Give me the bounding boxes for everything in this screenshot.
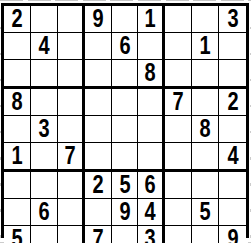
cell-r8c1[interactable] <box>4 199 31 226</box>
cell-r3c3[interactable] <box>58 60 85 89</box>
cell-r5c7[interactable] <box>165 116 192 143</box>
cell-r1c4: 9 <box>85 6 112 33</box>
cell-r3c8[interactable] <box>192 60 219 89</box>
cell-r7c6: 6 <box>138 172 165 199</box>
cell-r3c9[interactable] <box>219 60 246 89</box>
cell-r8c9[interactable] <box>219 199 246 226</box>
given-digit: 1 <box>200 33 211 59</box>
cell-r2c4[interactable] <box>85 33 112 60</box>
cell-r2c1[interactable] <box>4 33 31 60</box>
cell-r8c4[interactable] <box>85 199 112 226</box>
cell-r4c5[interactable] <box>112 89 139 116</box>
cell-r4c6[interactable] <box>138 89 165 116</box>
given-digit: 4 <box>227 143 238 169</box>
cell-r1c3[interactable] <box>58 6 85 33</box>
cell-r1c9: 3 <box>219 6 246 33</box>
cell-r5c6[interactable] <box>138 116 165 143</box>
given-digit: 1 <box>145 6 156 32</box>
cell-r5c3[interactable] <box>58 116 85 143</box>
cell-r8c5: 9 <box>112 199 139 226</box>
cell-r1c2[interactable] <box>31 6 58 33</box>
given-digit: 5 <box>200 199 211 225</box>
cell-r6c6[interactable] <box>138 143 165 172</box>
cell-r3c6: 8 <box>138 60 165 89</box>
cell-r6c4[interactable] <box>85 143 112 172</box>
cell-r3c5[interactable] <box>112 60 139 89</box>
given-digit: 7 <box>173 89 184 115</box>
cell-r8c3[interactable] <box>58 199 85 226</box>
cell-r8c2: 6 <box>31 199 58 226</box>
given-digit: 9 <box>227 226 238 243</box>
cell-r4c7: 7 <box>165 89 192 116</box>
given-digit: 5 <box>119 172 130 198</box>
cell-r2c9[interactable] <box>219 33 246 60</box>
cell-r6c2[interactable] <box>31 143 58 172</box>
cell-r2c8: 1 <box>192 33 219 60</box>
cell-r2c6[interactable] <box>138 33 165 60</box>
cell-r4c3[interactable] <box>58 89 85 116</box>
cell-r4c1: 8 <box>4 89 31 116</box>
given-digit: 7 <box>64 143 75 169</box>
given-digit: 4 <box>145 199 156 225</box>
given-digit: 3 <box>227 6 238 32</box>
cell-r4c4[interactable] <box>85 89 112 116</box>
cell-r9c9: 9 <box>219 226 246 243</box>
cell-r5c1[interactable] <box>4 116 31 143</box>
given-digit: 5 <box>11 226 22 243</box>
given-digit: 9 <box>119 199 130 225</box>
cell-r7c3[interactable] <box>58 172 85 199</box>
cell-r6c8[interactable] <box>192 143 219 172</box>
cell-r5c9[interactable] <box>219 116 246 143</box>
cell-r9c3[interactable] <box>58 226 85 243</box>
cell-r4c2[interactable] <box>31 89 58 116</box>
cell-r1c8[interactable] <box>192 6 219 33</box>
cell-r9c7[interactable] <box>165 226 192 243</box>
cell-r3c7[interactable] <box>165 60 192 89</box>
given-digit: 1 <box>11 143 22 169</box>
given-digit: 8 <box>11 89 22 115</box>
cell-r2c3[interactable] <box>58 33 85 60</box>
cell-r7c5: 5 <box>112 172 139 199</box>
edge-tick-right <box>250 3 251 238</box>
edge-tick-top <box>0 0 251 1</box>
cell-r7c9[interactable] <box>219 172 246 199</box>
cell-r7c2[interactable] <box>31 172 58 199</box>
cell-r6c1: 1 <box>4 143 31 172</box>
given-digit: 2 <box>227 89 238 115</box>
cell-r9c5[interactable] <box>112 226 139 243</box>
cell-r4c9: 2 <box>219 89 246 116</box>
given-digit: 6 <box>119 33 130 59</box>
cell-r2c2: 4 <box>31 33 58 60</box>
cell-r9c1: 5 <box>4 226 31 243</box>
given-digit: 8 <box>145 60 156 86</box>
cell-r6c3: 7 <box>58 143 85 172</box>
given-digit: 2 <box>11 6 22 32</box>
given-digit: 6 <box>38 199 49 225</box>
cell-r8c8: 5 <box>192 199 219 226</box>
cell-r8c7[interactable] <box>165 199 192 226</box>
cell-r5c5[interactable] <box>112 116 139 143</box>
cell-r1c6: 1 <box>138 6 165 33</box>
cell-r5c8: 8 <box>192 116 219 143</box>
cell-r3c1[interactable] <box>4 60 31 89</box>
cell-r7c1[interactable] <box>4 172 31 199</box>
cell-r7c8[interactable] <box>192 172 219 199</box>
cell-r6c7[interactable] <box>165 143 192 172</box>
cell-r3c2[interactable] <box>31 60 58 89</box>
cell-r1c7[interactable] <box>165 6 192 33</box>
cell-r9c2[interactable] <box>31 226 58 243</box>
cell-r2c7[interactable] <box>165 33 192 60</box>
cell-r9c8[interactable] <box>192 226 219 243</box>
given-digit: 3 <box>38 116 49 142</box>
cell-r1c5[interactable] <box>112 6 139 33</box>
cell-r2c5: 6 <box>112 33 139 60</box>
cell-r4c8[interactable] <box>192 89 219 116</box>
cell-r7c7[interactable] <box>165 172 192 199</box>
cell-r6c5[interactable] <box>112 143 139 172</box>
given-digit: 4 <box>38 33 49 59</box>
cell-r9c4: 7 <box>85 226 112 243</box>
sudoku-grid: 291346188723817425669455739 <box>1 3 249 238</box>
cell-r9c6: 3 <box>138 226 165 243</box>
given-digit: 7 <box>92 226 103 243</box>
given-digit: 2 <box>92 172 103 198</box>
cell-r7c4: 2 <box>85 172 112 199</box>
cell-r3c4[interactable] <box>85 60 112 89</box>
cell-r1c1: 2 <box>4 6 31 33</box>
given-digit: 6 <box>145 172 156 198</box>
given-digit: 9 <box>92 6 103 32</box>
cell-r5c4[interactable] <box>85 116 112 143</box>
given-digit: 3 <box>145 226 156 243</box>
sudoku-board: 291346188723817425669455739 <box>0 0 251 243</box>
cell-r6c9: 4 <box>219 143 246 172</box>
given-digit: 8 <box>200 116 211 142</box>
cell-r5c2: 3 <box>31 116 58 143</box>
cell-r8c6: 4 <box>138 199 165 226</box>
